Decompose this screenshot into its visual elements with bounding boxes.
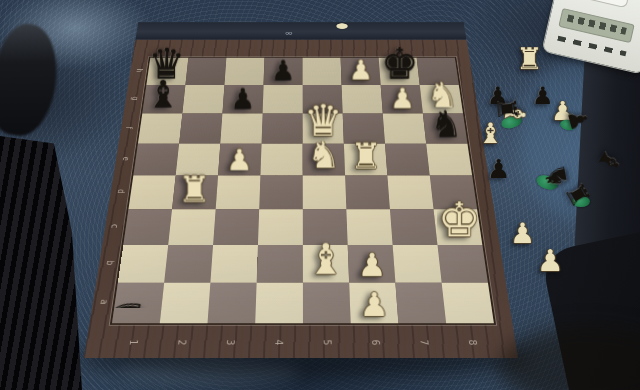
hinge-clasp-icon: ∞: [285, 30, 294, 35]
square-h6[interactable]: ♟: [341, 58, 381, 85]
clock-rocker-button[interactable]: [564, 0, 629, 8]
square-b4[interactable]: [257, 245, 303, 283]
piece-white-R-e6[interactable]: ♜: [345, 139, 387, 174]
square-h7[interactable]: ♚: [379, 58, 420, 85]
rank-label-6: 6: [370, 340, 381, 346]
file-label-a: a: [98, 299, 109, 304]
square-a5[interactable]: [303, 283, 351, 323]
piece-white-N-e5[interactable]: ♞: [303, 137, 345, 174]
square-f3[interactable]: [220, 113, 262, 143]
square-a2[interactable]: [160, 283, 211, 323]
rank-label-7: 7: [418, 340, 429, 346]
captured-black-R[interactable]: ♜: [493, 96, 521, 121]
square-g1[interactable]: ♝: [142, 85, 185, 114]
square-f4[interactable]: [261, 113, 302, 143]
square-e7[interactable]: [385, 144, 430, 176]
square-c3[interactable]: [213, 209, 259, 245]
piece-tray: [0, 136, 82, 390]
file-label-c: c: [110, 224, 121, 228]
square-g6[interactable]: [342, 85, 383, 114]
chess-board: ∞ ♛♟♟♚♝♟♟♞♛♞♟♞♜♜♚♝♟♞♟ 12345678 abcdefgh: [84, 22, 518, 358]
square-e5[interactable]: ♞: [303, 144, 345, 176]
square-g3[interactable]: ♟: [222, 85, 263, 114]
captured-black-P[interactable]: ♟: [487, 156, 510, 182]
file-label-b: b: [104, 260, 115, 265]
square-b7[interactable]: [393, 245, 442, 283]
board-frame: ♛♟♟♚♝♟♟♞♛♞♟♞♜♜♚♝♟♞♟ 12345678 abcdefgh: [84, 40, 518, 358]
piece-white-R-d2[interactable]: ♜: [173, 171, 216, 207]
square-f7[interactable]: [383, 113, 426, 143]
square-a7[interactable]: [395, 283, 446, 323]
square-f2[interactable]: [179, 113, 222, 143]
board-playing-area: ♛♟♟♚♝♟♟♞♛♞♟♞♜♜♚♝♟♞♟ 12345678 abcdefgh: [110, 57, 496, 325]
square-g7[interactable]: ♟: [381, 85, 423, 114]
piece-black-P-h4[interactable]: ♟: [264, 57, 303, 84]
square-c2[interactable]: [168, 209, 215, 245]
square-a3[interactable]: [207, 283, 256, 323]
board-grid: ♛♟♟♚♝♟♟♞♛♞♟♞♜♜♚♝♟♞♟: [112, 58, 494, 323]
rank-label-4: 4: [273, 340, 284, 346]
square-e8[interactable]: [426, 144, 472, 176]
square-b8[interactable]: [437, 245, 487, 283]
square-c4[interactable]: [258, 209, 303, 245]
square-d5[interactable]: [303, 175, 347, 209]
square-d6[interactable]: [345, 175, 390, 209]
file-label-g: g: [130, 97, 139, 101]
rank-label-1: 1: [127, 340, 139, 346]
far-piece-tip: [336, 23, 348, 29]
piece-black-P-g3[interactable]: ♟: [223, 85, 263, 113]
piece-white-P-h6[interactable]: ♟: [342, 57, 381, 84]
chair-foot: [0, 20, 64, 140]
square-a4[interactable]: [255, 283, 303, 323]
square-c7[interactable]: [390, 209, 438, 245]
rank-label-5: 5: [321, 340, 332, 346]
square-e6[interactable]: ♜: [344, 144, 388, 176]
piece-black-K-h7[interactable]: ♚: [380, 42, 419, 84]
piece-black-N-f8[interactable]: ♞: [426, 106, 467, 142]
square-b5[interactable]: ♝: [303, 245, 349, 283]
piece-black-N-a1[interactable]: ♞: [98, 285, 149, 340]
square-f8[interactable]: ♞: [423, 113, 468, 143]
rank-label-3: 3: [224, 340, 235, 346]
piece-white-P-e3[interactable]: ♟: [218, 145, 260, 174]
captured-black-P[interactable]: ♟: [532, 84, 554, 108]
square-f1[interactable]: [138, 113, 182, 143]
captured-white-P[interactable]: ♟: [510, 220, 535, 248]
square-b3[interactable]: [210, 245, 258, 283]
floor-shadow: [498, 326, 640, 390]
file-label-f: f: [125, 127, 134, 129]
square-c8[interactable]: ♚: [433, 209, 482, 245]
square-d2[interactable]: ♜: [172, 175, 218, 209]
scene-chess-game-photo: ∞ ♛♟♟♚♝♟♟♞♛♞♟♞♜♜♚♝♟♞♟ 12345678 abcdefgh …: [0, 0, 640, 390]
square-b2[interactable]: [164, 245, 213, 283]
square-d3[interactable]: [216, 175, 261, 209]
square-c6[interactable]: [346, 209, 392, 245]
square-e4[interactable]: [260, 144, 302, 176]
square-b6[interactable]: ♟: [348, 245, 396, 283]
board-hinge: ∞: [135, 22, 466, 39]
file-label-h: h: [135, 69, 144, 73]
file-label-e: e: [121, 157, 131, 161]
piece-white-K-c8[interactable]: ♚: [437, 195, 482, 243]
square-h2[interactable]: [185, 58, 226, 85]
square-a6[interactable]: ♟: [349, 283, 398, 323]
rank-label-2: 2: [176, 340, 187, 346]
square-d7[interactable]: [387, 175, 433, 209]
square-d1[interactable]: [128, 175, 175, 209]
captured-white-R[interactable]: ♜: [516, 44, 543, 74]
square-h4[interactable]: ♟: [264, 58, 303, 85]
square-e3[interactable]: ♟: [218, 144, 261, 176]
piece-white-P-b6[interactable]: ♟: [349, 249, 395, 281]
rank-label-8: 8: [466, 340, 478, 346]
square-b1[interactable]: [118, 245, 168, 283]
square-c1[interactable]: [123, 209, 172, 245]
square-a1[interactable]: ♞: [112, 283, 164, 323]
square-d4[interactable]: [259, 175, 303, 209]
piece-white-P-a6[interactable]: ♟: [350, 288, 398, 321]
piece-black-B-g1[interactable]: ♝: [143, 76, 183, 113]
captured-white-P[interactable]: ♟: [537, 246, 564, 276]
square-a8[interactable]: [442, 283, 494, 323]
square-g4[interactable]: [263, 85, 303, 114]
square-g2[interactable]: [182, 85, 224, 114]
piece-white-P-g7[interactable]: ♟: [383, 85, 423, 113]
piece-white-B-b5[interactable]: ♝: [303, 239, 349, 281]
square-h5[interactable]: [303, 58, 342, 85]
file-label-d: d: [116, 189, 126, 193]
captured-white-B[interactable]: ♝: [478, 120, 503, 148]
square-h3[interactable]: [225, 58, 265, 85]
